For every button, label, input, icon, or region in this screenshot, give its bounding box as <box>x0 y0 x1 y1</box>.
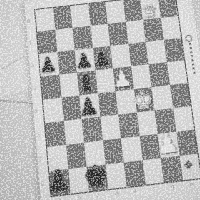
rank-label-1: 1 <box>40 171 46 196</box>
photo-root: ❖♛♟♟♟♝♟♟♚♟♟♚ abcdefgh 87654321 <box>0 0 200 200</box>
square-a7[interactable] <box>37 30 57 54</box>
square-h4[interactable] <box>169 83 190 108</box>
square-a8[interactable] <box>35 8 55 32</box>
square-b2[interactable] <box>66 143 87 169</box>
rank-label-2: 2 <box>37 147 42 172</box>
file-label-f: f <box>144 184 164 193</box>
rank-label-6: 6 <box>30 54 35 77</box>
square-c7[interactable] <box>72 26 92 50</box>
square-b5[interactable] <box>59 73 79 98</box>
square-b7[interactable] <box>55 28 75 52</box>
rank-label-3: 3 <box>35 123 40 147</box>
rank-label-8: 8 <box>26 10 31 32</box>
table-fold-line <box>0 100 34 104</box>
board-squares <box>34 0 200 197</box>
file-label-h: h <box>182 179 200 188</box>
file-label-d: d <box>107 188 127 197</box>
file-label-e: e <box>126 186 146 195</box>
square-a3[interactable] <box>45 121 66 147</box>
square-c6[interactable] <box>75 48 95 73</box>
rank-label-4: 4 <box>34 99 39 123</box>
square-h1[interactable] <box>179 154 200 181</box>
file-label-g: g <box>163 182 183 191</box>
rank-label-7: 7 <box>28 31 33 54</box>
square-b8[interactable] <box>53 6 73 30</box>
square-a6[interactable] <box>39 52 59 77</box>
rank-label-5: 5 <box>32 76 37 99</box>
file-label-b: b <box>69 193 88 200</box>
square-b4[interactable] <box>61 96 82 122</box>
chess-mat: ❖♛♟♟♟♝♟♟♚♟♟♚ abcdefgh 87654321 <box>24 0 200 200</box>
square-a2[interactable] <box>47 145 68 171</box>
square-a1[interactable] <box>49 169 70 196</box>
square-b1[interactable] <box>68 167 89 194</box>
square-c8[interactable] <box>70 4 90 28</box>
brand-text-illegible <box>188 43 195 74</box>
square-b3[interactable] <box>63 119 84 145</box>
square-b6[interactable] <box>57 50 77 75</box>
file-label-c: c <box>88 191 107 200</box>
square-h2[interactable] <box>176 130 198 156</box>
square-h5[interactable] <box>166 60 187 85</box>
square-h3[interactable] <box>173 106 194 132</box>
square-h6[interactable] <box>163 38 184 62</box>
square-a4[interactable] <box>43 98 63 124</box>
brand-logo-icon <box>185 35 193 43</box>
square-g8[interactable] <box>140 0 160 20</box>
square-h7[interactable] <box>160 16 181 40</box>
square-a5[interactable] <box>41 75 61 100</box>
